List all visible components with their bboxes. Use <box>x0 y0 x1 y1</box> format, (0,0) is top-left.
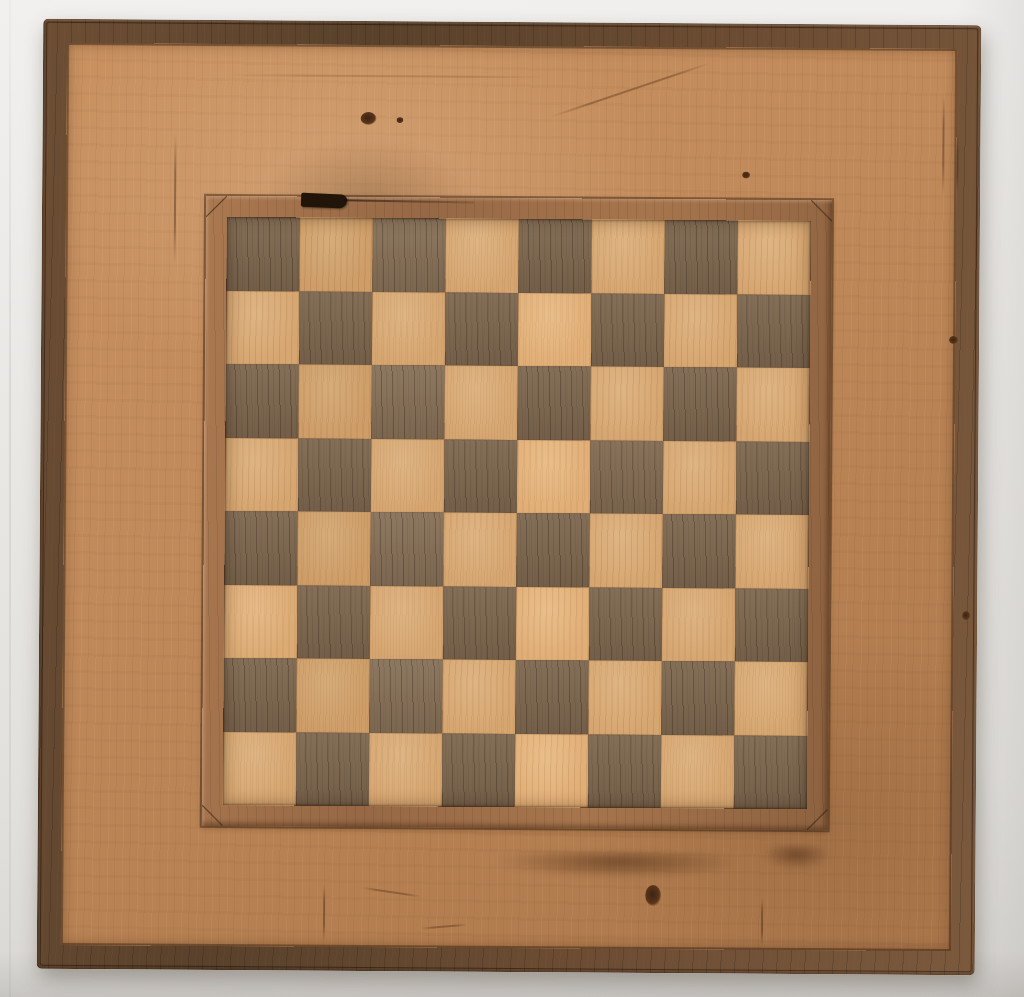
square-e7 <box>518 293 592 367</box>
square-e6 <box>517 366 591 440</box>
dark-stain <box>493 852 743 880</box>
square-e2 <box>515 660 589 734</box>
wood-knot <box>397 117 404 123</box>
square-f2 <box>588 661 662 735</box>
wood-knot <box>742 172 750 179</box>
wood-knot <box>645 885 661 906</box>
square-g6 <box>663 367 737 441</box>
square-f3 <box>589 587 663 661</box>
square-b3 <box>297 585 371 659</box>
photo-background <box>0 0 1024 997</box>
square-g5 <box>663 441 737 515</box>
square-e3 <box>516 587 590 661</box>
wall-seam-line <box>9 0 11 997</box>
square-b7 <box>299 291 373 365</box>
square-d1 <box>442 733 516 807</box>
checkerboard-grid <box>223 217 811 809</box>
square-d2 <box>442 660 516 734</box>
square-h3 <box>735 588 809 662</box>
square-d8 <box>445 219 519 293</box>
grain-crack <box>956 133 958 193</box>
square-f1 <box>588 734 662 808</box>
square-a7 <box>226 291 300 365</box>
wood-crack <box>344 199 474 203</box>
square-h6 <box>736 368 810 442</box>
miter-joint <box>807 809 828 830</box>
grain-crack <box>174 134 177 264</box>
chipped-wood-notch <box>301 193 348 209</box>
square-e8 <box>518 219 592 293</box>
wood-knot <box>949 336 958 344</box>
scratch-mark <box>361 887 421 898</box>
wood-knot <box>361 112 377 125</box>
square-f6 <box>590 367 664 441</box>
square-b8 <box>299 218 373 292</box>
wood-knot <box>962 611 970 620</box>
square-f7 <box>591 293 665 367</box>
square-e1 <box>515 734 589 808</box>
miter-joint <box>811 200 832 221</box>
miter-joint <box>202 805 223 826</box>
square-h2 <box>734 662 808 736</box>
dark-stain <box>761 846 831 870</box>
grain-crack <box>323 885 325 941</box>
grain-crack <box>761 898 763 946</box>
square-c2 <box>369 659 443 733</box>
square-a3 <box>224 585 298 659</box>
square-b5 <box>298 438 372 512</box>
square-c8 <box>372 218 446 292</box>
square-h7 <box>737 294 811 368</box>
grain-crack <box>942 95 945 195</box>
square-f4 <box>589 514 663 588</box>
square-g2 <box>661 661 735 735</box>
miter-joint <box>206 196 227 217</box>
grain-streak <box>227 74 547 78</box>
square-a4 <box>224 511 298 585</box>
square-g4 <box>662 514 736 588</box>
square-b6 <box>298 365 372 439</box>
square-g8 <box>664 220 738 294</box>
square-f5 <box>590 440 664 514</box>
square-h5 <box>736 441 810 515</box>
square-d4 <box>443 513 517 587</box>
square-c5 <box>371 439 445 513</box>
square-c6 <box>371 365 445 439</box>
square-c1 <box>369 733 443 807</box>
square-a5 <box>225 438 299 512</box>
square-b2 <box>296 659 370 733</box>
square-a2 <box>223 658 297 732</box>
square-e4 <box>516 513 590 587</box>
scratch-mark <box>421 924 467 930</box>
square-g7 <box>664 294 738 368</box>
square-h1 <box>734 735 808 809</box>
square-h8 <box>737 221 811 295</box>
square-a1 <box>223 732 297 806</box>
square-d6 <box>444 366 518 440</box>
square-c3 <box>370 586 444 660</box>
square-h4 <box>735 515 809 589</box>
square-d3 <box>443 586 517 660</box>
inner-frame-molding <box>202 196 832 830</box>
square-c4 <box>370 512 444 586</box>
square-f8 <box>591 220 665 294</box>
square-d7 <box>445 292 519 366</box>
scratch-mark <box>550 62 712 118</box>
game-board <box>37 19 982 976</box>
square-e5 <box>517 440 591 514</box>
board-border-field <box>61 43 957 951</box>
square-a8 <box>226 217 300 291</box>
square-g1 <box>661 735 735 809</box>
square-d5 <box>444 439 518 513</box>
square-a6 <box>225 364 299 438</box>
square-c7 <box>372 292 446 366</box>
square-g3 <box>662 588 736 662</box>
square-b4 <box>297 512 371 586</box>
square-b1 <box>296 732 370 806</box>
